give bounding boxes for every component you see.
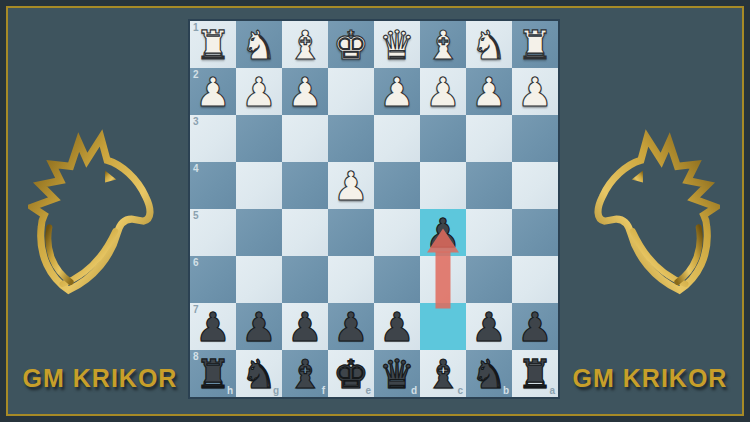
- square-b3[interactable]: [466, 115, 512, 162]
- square-a8[interactable]: a♜: [512, 350, 558, 397]
- square-b4[interactable]: [466, 162, 512, 209]
- piece-bP-c5[interactable]: ♟: [420, 209, 466, 256]
- square-c8[interactable]: c♝: [420, 350, 466, 397]
- square-g3[interactable]: [236, 115, 282, 162]
- chess-board: 1♜♞♝♚♛♝♞♜2♟♟♟♟♟♟♟34♟5♟67♟♟♟♟♟♟♟8h♜g♞f♝e♚…: [190, 21, 558, 397]
- square-g8[interactable]: g♞: [236, 350, 282, 397]
- brand-text-left: GM KRIKOR: [0, 364, 202, 393]
- square-a4[interactable]: [512, 162, 558, 209]
- square-d8[interactable]: d♛: [374, 350, 420, 397]
- square-d2[interactable]: ♟: [374, 68, 420, 115]
- piece-bN-g8[interactable]: ♞: [236, 350, 282, 397]
- square-a1[interactable]: ♜: [512, 21, 558, 68]
- piece-wP-f2[interactable]: ♟: [282, 68, 328, 115]
- horse-head-logo-right: [578, 122, 720, 302]
- rank-label-3: 3: [193, 117, 199, 127]
- square-d5[interactable]: [374, 209, 420, 256]
- piece-wN-b1[interactable]: ♞: [466, 21, 512, 68]
- piece-wR-a1[interactable]: ♜: [512, 21, 558, 68]
- piece-bP-h7[interactable]: ♟: [190, 303, 236, 350]
- piece-wK-e1[interactable]: ♚: [328, 21, 374, 68]
- square-d6[interactable]: [374, 256, 420, 303]
- piece-bB-c8[interactable]: ♝: [420, 350, 466, 397]
- square-f8[interactable]: f♝: [282, 350, 328, 397]
- piece-bP-f7[interactable]: ♟: [282, 303, 328, 350]
- rank-label-4: 4: [193, 164, 199, 174]
- square-h6[interactable]: 6: [190, 256, 236, 303]
- square-d7[interactable]: ♟: [374, 303, 420, 350]
- piece-bK-e8[interactable]: ♚: [328, 350, 374, 397]
- square-e1[interactable]: ♚: [328, 21, 374, 68]
- square-e8[interactable]: e♚: [328, 350, 374, 397]
- square-f7[interactable]: ♟: [282, 303, 328, 350]
- square-d1[interactable]: ♛: [374, 21, 420, 68]
- square-b5[interactable]: [466, 209, 512, 256]
- square-f1[interactable]: ♝: [282, 21, 328, 68]
- square-c6[interactable]: [420, 256, 466, 303]
- square-g6[interactable]: [236, 256, 282, 303]
- square-g1[interactable]: ♞: [236, 21, 282, 68]
- square-h4[interactable]: 4: [190, 162, 236, 209]
- piece-bQ-d8[interactable]: ♛: [374, 350, 420, 397]
- square-f2[interactable]: ♟: [282, 68, 328, 115]
- square-g2[interactable]: ♟: [236, 68, 282, 115]
- square-e4[interactable]: ♟: [328, 162, 374, 209]
- square-c7[interactable]: [420, 303, 466, 350]
- square-b8[interactable]: b♞: [466, 350, 512, 397]
- square-h5[interactable]: 5: [190, 209, 236, 256]
- square-b1[interactable]: ♞: [466, 21, 512, 68]
- piece-wP-e4[interactable]: ♟: [328, 162, 374, 209]
- piece-bP-g7[interactable]: ♟: [236, 303, 282, 350]
- banner-canvas: GM KRIKOR GM KRIKOR 1♜♞♝♚♛♝♞♜2♟♟♟♟♟♟♟34♟…: [0, 0, 750, 422]
- square-e2[interactable]: [328, 68, 374, 115]
- piece-wN-g1[interactable]: ♞: [236, 21, 282, 68]
- square-g5[interactable]: [236, 209, 282, 256]
- horse-eye: [105, 170, 116, 182]
- square-a2[interactable]: ♟: [512, 68, 558, 115]
- square-e6[interactable]: [328, 256, 374, 303]
- piece-wR-h1[interactable]: ♜: [190, 21, 236, 68]
- square-b7[interactable]: ♟: [466, 303, 512, 350]
- square-f4[interactable]: [282, 162, 328, 209]
- square-h2[interactable]: 2♟: [190, 68, 236, 115]
- square-c2[interactable]: ♟: [420, 68, 466, 115]
- square-d4[interactable]: [374, 162, 420, 209]
- piece-wP-d2[interactable]: ♟: [374, 68, 420, 115]
- piece-bP-b7[interactable]: ♟: [466, 303, 512, 350]
- piece-wB-c1[interactable]: ♝: [420, 21, 466, 68]
- square-f6[interactable]: [282, 256, 328, 303]
- square-d3[interactable]: [374, 115, 420, 162]
- square-f5[interactable]: [282, 209, 328, 256]
- square-b2[interactable]: ♟: [466, 68, 512, 115]
- rank-label-6: 6: [193, 258, 199, 268]
- piece-wP-c2[interactable]: ♟: [420, 68, 466, 115]
- square-a3[interactable]: [512, 115, 558, 162]
- square-h1[interactable]: 1♜: [190, 21, 236, 68]
- square-c1[interactable]: ♝: [420, 21, 466, 68]
- square-h8[interactable]: 8h♜: [190, 350, 236, 397]
- piece-wP-b2[interactable]: ♟: [466, 68, 512, 115]
- square-e5[interactable]: [328, 209, 374, 256]
- horse-eye: [632, 170, 643, 182]
- piece-bP-d7[interactable]: ♟: [374, 303, 420, 350]
- square-g4[interactable]: [236, 162, 282, 209]
- piece-bB-f8[interactable]: ♝: [282, 350, 328, 397]
- piece-bP-a7[interactable]: ♟: [512, 303, 558, 350]
- horse-head-logo-left: [28, 122, 170, 302]
- square-b6[interactable]: [466, 256, 512, 303]
- brand-text-right: GM KRIKOR: [548, 364, 750, 393]
- square-g7[interactable]: ♟: [236, 303, 282, 350]
- square-c4[interactable]: [420, 162, 466, 209]
- piece-wB-f1[interactable]: ♝: [282, 21, 328, 68]
- rank-label-5: 5: [193, 211, 199, 221]
- piece-wP-h2[interactable]: ♟: [190, 68, 236, 115]
- piece-bP-e7[interactable]: ♟: [328, 303, 374, 350]
- square-e3[interactable]: [328, 115, 374, 162]
- piece-bR-h8[interactable]: ♜: [190, 350, 236, 397]
- piece-wP-g2[interactable]: ♟: [236, 68, 282, 115]
- square-f3[interactable]: [282, 115, 328, 162]
- square-h3[interactable]: 3: [190, 115, 236, 162]
- square-a7[interactable]: ♟: [512, 303, 558, 350]
- square-h7[interactable]: 7♟: [190, 303, 236, 350]
- piece-bR-a8[interactable]: ♜: [512, 350, 558, 397]
- square-c3[interactable]: [420, 115, 466, 162]
- piece-bN-b8[interactable]: ♞: [466, 350, 512, 397]
- square-a6[interactable]: [512, 256, 558, 303]
- square-c5[interactable]: ♟: [420, 209, 466, 256]
- square-e7[interactable]: ♟: [328, 303, 374, 350]
- piece-wQ-d1[interactable]: ♛: [374, 21, 420, 68]
- square-a5[interactable]: [512, 209, 558, 256]
- piece-wP-a2[interactable]: ♟: [512, 68, 558, 115]
